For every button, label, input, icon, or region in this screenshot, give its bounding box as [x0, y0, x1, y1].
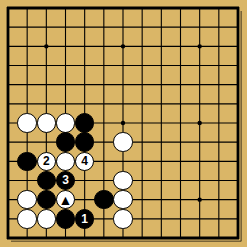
go-board-diagram: 243▲1 — [0, 0, 247, 247]
stone-white-g4 — [113, 171, 132, 190]
move-number-label: 3 — [62, 174, 69, 186]
stone-black-e7 — [75, 113, 94, 132]
star-point — [44, 44, 48, 48]
stone-white-c7 — [37, 113, 56, 132]
stone-white-b2 — [17, 209, 36, 228]
triangle-marker-icon: ▲ — [59, 192, 73, 206]
star-point — [121, 44, 125, 48]
stone-black-f3 — [94, 190, 113, 209]
move-number-label: 2 — [43, 155, 50, 167]
stone-white-g6 — [113, 132, 132, 151]
star-point — [121, 121, 125, 125]
stone-white-b3 — [17, 190, 36, 209]
stone-white-g3 — [113, 190, 132, 209]
star-point — [197, 44, 201, 48]
stone-black-e6 — [75, 132, 94, 151]
stone-white-d7 — [56, 113, 75, 132]
move-number-label: 4 — [81, 155, 88, 167]
stone-black-c4 — [37, 171, 56, 190]
stone-black-e2: 1 — [75, 209, 94, 228]
stone-black-d6 — [56, 132, 75, 151]
stone-white-b7 — [17, 113, 36, 132]
stone-black-b5 — [17, 152, 36, 171]
stone-white-c2 — [37, 209, 56, 228]
stone-white-g2 — [113, 209, 132, 228]
stone-black-d2 — [56, 209, 75, 228]
stone-white-d5 — [56, 152, 75, 171]
stone-white-d3: ▲ — [56, 190, 75, 209]
star-point — [197, 197, 201, 201]
star-point — [197, 121, 201, 125]
stone-white-c5: 2 — [37, 152, 56, 171]
move-number-label: 1 — [81, 213, 88, 225]
